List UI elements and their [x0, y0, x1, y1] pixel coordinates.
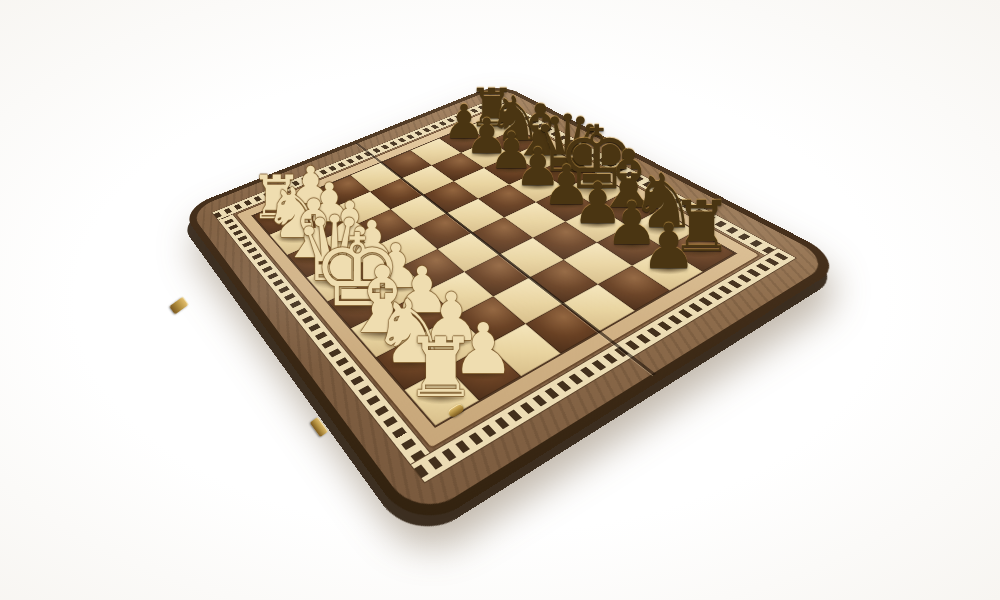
chess-board — [180, 83, 848, 535]
board-3d-wrap — [0, 0, 1000, 600]
photo-stage: ♜♟♞♟♝♟♛♟♚♟♟♝♜♟♟♞♞♟♟♜♝♟♟♛♟♚♟♝♟♞♟♜ — [0, 0, 1000, 600]
